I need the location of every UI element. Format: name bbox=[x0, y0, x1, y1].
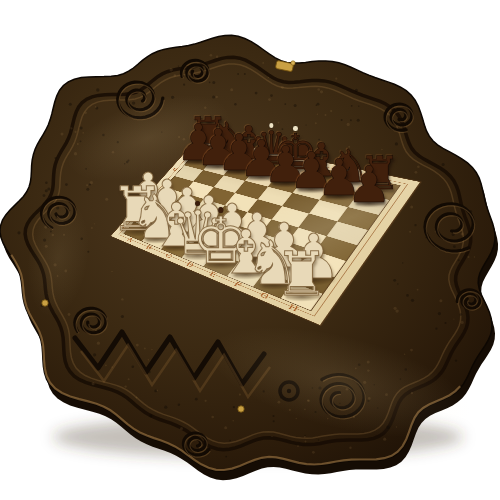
file-label-h: H bbox=[287, 304, 299, 313]
file-label-f: F bbox=[233, 281, 243, 288]
file-label-d: D bbox=[185, 261, 194, 268]
file-label-b: B bbox=[145, 245, 153, 251]
file-label-c: C bbox=[164, 253, 173, 259]
file-label-a: A bbox=[126, 237, 134, 243]
chess-set-photo: ABCDEFGH12345678 ♜♞♝♛♚♝♞♜♟♟♟♟♟♟♟♟♟♟♟♟♟♟♟… bbox=[0, 0, 500, 500]
brass-foot bbox=[238, 406, 244, 412]
file-label-g: G bbox=[259, 292, 270, 300]
file-label-e: E bbox=[208, 271, 217, 278]
brass-foot bbox=[42, 300, 48, 306]
